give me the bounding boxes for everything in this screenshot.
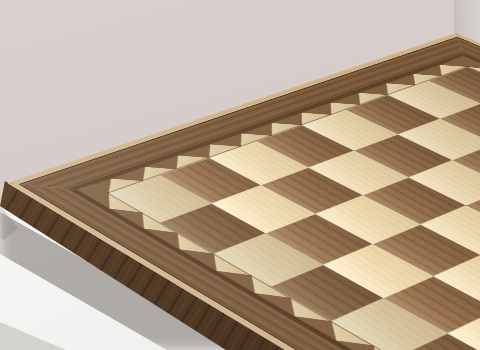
photo-scene: [0, 0, 480, 350]
